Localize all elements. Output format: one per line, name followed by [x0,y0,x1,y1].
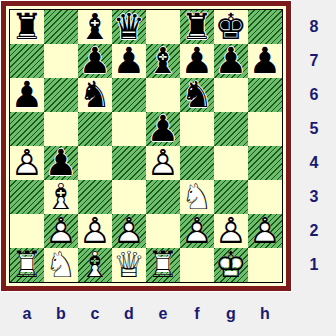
white-rook: ♖ [146,248,180,282]
white-pawn-fill: ♟ [44,214,78,248]
white-knight-fill: ♞ [44,248,78,282]
white-pawn: ♙ [248,214,282,248]
black-pawn: ♟ [78,44,112,78]
black-pawn: ♟ [146,112,180,146]
white-pawn-fill: ♟ [180,214,214,248]
square-h7[interactable]: ♟ [248,44,282,78]
white-rook: ♖ [10,248,44,282]
square-h8[interactable] [248,10,282,44]
square-d1[interactable]: ♛♕ [112,248,146,282]
rank-label-4: 4 [292,146,336,180]
square-g7[interactable]: ♟ [214,44,248,78]
white-pawn-fill: ♟ [10,146,44,180]
file-label-e: e [146,292,180,336]
white-pawn-fill: ♟ [248,214,282,248]
white-pawn: ♙ [146,146,180,180]
square-b5[interactable] [44,112,78,146]
board-border: ♜♝♛♜♚♟♟♝♟♟♟♟♞♞♟♟♙♟♟♙♝♗♞♘♟♙♟♙♟♙♟♙♟♙♟♙♜♖♞♘… [1,1,291,291]
chess-board: ♜♝♛♜♚♟♟♝♟♟♟♟♞♞♟♟♙♟♟♙♝♗♞♘♟♙♟♙♟♙♟♙♟♙♟♙♜♖♞♘… [10,10,282,282]
white-pawn: ♙ [112,214,146,248]
file-label-c: c [78,292,112,336]
white-rook-fill: ♜ [10,248,44,282]
file-labels: abcdefgh [10,292,282,336]
square-b8[interactable] [44,10,78,44]
square-e4[interactable]: ♟♙ [146,146,180,180]
white-bishop: ♗ [44,180,78,214]
square-b6[interactable] [44,78,78,112]
square-f4[interactable] [180,146,214,180]
square-h4[interactable] [248,146,282,180]
square-c6[interactable]: ♞ [78,78,112,112]
square-c1[interactable]: ♝♗ [78,248,112,282]
white-rook-fill: ♜ [146,248,180,282]
file-label-b: b [44,292,78,336]
white-knight: ♘ [44,248,78,282]
square-a5[interactable] [10,112,44,146]
black-pawn: ♟ [10,78,44,112]
rank-label-8: 8 [292,10,336,44]
square-b3[interactable]: ♝♗ [44,180,78,214]
square-h1[interactable] [248,248,282,282]
file-label-a: a [10,292,44,336]
white-pawn-fill: ♟ [112,214,146,248]
white-bishop-fill: ♝ [44,180,78,214]
board-edge-line: ♜♝♛♜♚♟♟♝♟♟♟♟♞♞♟♟♙♟♟♙♝♗♞♘♟♙♟♙♟♙♟♙♟♙♟♙♜♖♞♘… [9,9,283,283]
black-rook: ♜ [10,10,44,44]
square-f5[interactable] [180,112,214,146]
square-f8[interactable]: ♜ [180,10,214,44]
square-f3[interactable]: ♞♘ [180,180,214,214]
white-king: ♔ [214,248,248,282]
square-g4[interactable] [214,146,248,180]
black-pawn: ♟ [112,44,146,78]
rank-label-3: 3 [292,180,336,214]
square-d5[interactable] [112,112,146,146]
black-pawn: ♟ [248,44,282,78]
black-pawn: ♟ [214,44,248,78]
rank-labels: 87654321 [292,10,336,282]
white-king-fill: ♚ [214,248,248,282]
square-d3[interactable] [112,180,146,214]
square-c7[interactable]: ♟ [78,44,112,78]
square-g6[interactable] [214,78,248,112]
square-d8[interactable]: ♛ [112,10,146,44]
square-a8[interactable]: ♜ [10,10,44,44]
square-e5[interactable]: ♟ [146,112,180,146]
square-a2[interactable] [10,214,44,248]
white-pawn: ♙ [10,146,44,180]
white-queen: ♕ [112,248,146,282]
square-b7[interactable] [44,44,78,78]
white-bishop-fill: ♝ [78,248,112,282]
square-e8[interactable] [146,10,180,44]
black-pawn: ♟ [44,146,78,180]
white-bishop: ♗ [78,248,112,282]
white-knight: ♘ [180,180,214,214]
square-c8[interactable]: ♝ [78,10,112,44]
square-a6[interactable]: ♟ [10,78,44,112]
black-bishop: ♝ [146,44,180,78]
square-f7[interactable]: ♟ [180,44,214,78]
square-f6[interactable]: ♞ [180,78,214,112]
square-c4[interactable] [78,146,112,180]
black-knight: ♞ [180,78,214,112]
white-pawn-fill: ♟ [146,146,180,180]
chess-diagram: ♜♝♛♜♚♟♟♝♟♟♟♟♞♞♟♟♙♟♟♙♝♗♞♘♟♙♟♙♟♙♟♙♟♙♟♙♜♖♞♘… [0,0,336,336]
square-e2[interactable] [146,214,180,248]
square-b2[interactable]: ♟♙ [44,214,78,248]
file-label-g: g [214,292,248,336]
square-e1[interactable]: ♜♖ [146,248,180,282]
board-inner-frame: ♜♝♛♜♚♟♟♝♟♟♟♟♞♞♟♟♙♟♟♙♝♗♞♘♟♙♟♙♟♙♟♙♟♙♟♙♜♖♞♘… [6,6,286,286]
black-knight: ♞ [78,78,112,112]
square-d7[interactable]: ♟ [112,44,146,78]
white-pawn: ♙ [214,214,248,248]
white-pawn: ♙ [78,214,112,248]
white-queen-fill: ♛ [112,248,146,282]
square-d4[interactable] [112,146,146,180]
rank-label-5: 5 [292,112,336,146]
white-knight-fill: ♞ [180,180,214,214]
square-a7[interactable] [10,44,44,78]
board-frame: ♜♝♛♜♚♟♟♝♟♟♟♟♞♞♟♟♙♟♟♙♝♗♞♘♟♙♟♙♟♙♟♙♟♙♟♙♜♖♞♘… [0,0,292,292]
white-pawn-fill: ♟ [214,214,248,248]
white-pawn-fill: ♟ [78,214,112,248]
rank-label-1: 1 [292,248,336,282]
square-h6[interactable] [248,78,282,112]
square-b4[interactable]: ♟ [44,146,78,180]
square-e7[interactable]: ♝ [146,44,180,78]
square-c2[interactable]: ♟♙ [78,214,112,248]
square-g5[interactable] [214,112,248,146]
square-c3[interactable] [78,180,112,214]
rank-label-7: 7 [292,44,336,78]
square-g2[interactable]: ♟♙ [214,214,248,248]
white-pawn: ♙ [44,214,78,248]
black-bishop: ♝ [78,10,112,44]
square-a3[interactable] [10,180,44,214]
black-pawn: ♟ [180,44,214,78]
square-e6[interactable] [146,78,180,112]
black-queen: ♛ [112,10,146,44]
rank-label-2: 2 [292,214,336,248]
black-rook: ♜ [180,10,214,44]
square-h3[interactable] [248,180,282,214]
square-e3[interactable] [146,180,180,214]
file-label-f: f [180,292,214,336]
square-f1[interactable] [180,248,214,282]
file-label-h: h [248,292,282,336]
black-king: ♚ [214,10,248,44]
square-g8[interactable]: ♚ [214,10,248,44]
square-c5[interactable] [78,112,112,146]
square-h5[interactable] [248,112,282,146]
square-d6[interactable] [112,78,146,112]
square-h2[interactable]: ♟♙ [248,214,282,248]
square-a1[interactable]: ♜♖ [10,248,44,282]
square-g3[interactable] [214,180,248,214]
rank-label-6: 6 [292,78,336,112]
square-b1[interactable]: ♞♘ [44,248,78,282]
white-pawn: ♙ [180,214,214,248]
square-d2[interactable]: ♟♙ [112,214,146,248]
file-label-d: d [112,292,146,336]
square-a4[interactable]: ♟♙ [10,146,44,180]
square-f2[interactable]: ♟♙ [180,214,214,248]
square-g1[interactable]: ♚♔ [214,248,248,282]
